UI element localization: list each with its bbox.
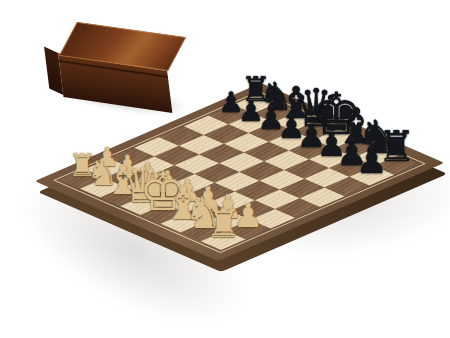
piece-white-rook-h1: ♜ [204,204,243,243]
chess-set-scene: ♜♞♝♛♚♝♞♜♟♟♟♟♟♟♟♟♟♟♟♟♟♟♟♟♜♞♝♛♚♝♞♜ [0,0,450,338]
pieces-layer: ♜♞♝♛♚♝♞♜♟♟♟♟♟♟♟♟♟♟♟♟♟♟♟♟♜♞♝♛♚♝♞♜ [0,0,450,338]
piece-black-pawn-h7: ♟ [354,144,389,179]
